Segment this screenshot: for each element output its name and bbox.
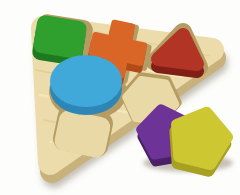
piece-blue-circle[interactable]: [50, 55, 122, 115]
piece-green-square-top: [32, 14, 87, 59]
piece-blue-circle-top: [50, 55, 122, 107]
shape-sorter-illustration: [0, 0, 240, 195]
toy-photo-scene: [0, 0, 240, 195]
